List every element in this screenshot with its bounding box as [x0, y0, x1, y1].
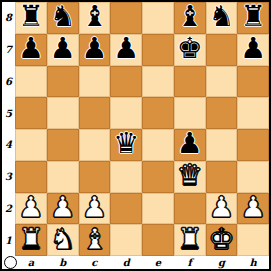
rank-label-7: 7: [2, 34, 15, 66]
white-rook-icon: ♜: [18, 225, 44, 254]
square-c7[interactable]: ♟: [79, 34, 111, 66]
black-bishop-icon: ♝: [177, 2, 203, 31]
square-d8[interactable]: [110, 2, 142, 34]
white-pawn-icon: ♟: [50, 193, 76, 222]
rank-label-4: 4: [2, 129, 15, 161]
square-a7[interactable]: ♟: [15, 34, 47, 66]
square-e5[interactable]: [142, 97, 174, 129]
square-a4[interactable]: [15, 129, 47, 161]
square-b5[interactable]: [47, 97, 79, 129]
rank-label-2: 2: [2, 193, 15, 225]
square-g3[interactable]: [206, 161, 238, 193]
square-g4[interactable]: [206, 129, 238, 161]
white-king-icon: ♚: [208, 225, 234, 254]
square-e6[interactable]: [142, 66, 174, 98]
square-d4[interactable]: ♛: [110, 129, 142, 161]
chess-diagram: 8♜♞♝♝♞♜7♟♟♟♟♚♟654♛♟3♛2♟♟♟♟♟1♜♞♝♜♚abcdefg…: [0, 0, 271, 271]
rank-label-8: 8: [2, 2, 15, 34]
rank-label-3: 3: [2, 161, 15, 193]
square-d5[interactable]: [110, 97, 142, 129]
square-c2[interactable]: ♟: [79, 193, 111, 225]
square-e1[interactable]: [142, 224, 174, 256]
square-d6[interactable]: [110, 66, 142, 98]
square-b8[interactable]: ♞: [47, 2, 79, 34]
square-f4[interactable]: ♟: [174, 129, 206, 161]
square-e3[interactable]: [142, 161, 174, 193]
turn-indicator-corner: [2, 256, 15, 269]
square-f2[interactable]: [174, 193, 206, 225]
black-pawn-icon: ♟: [50, 34, 76, 63]
black-rook-icon: ♜: [18, 2, 44, 31]
white-pawn-icon: ♟: [240, 193, 266, 222]
square-c6[interactable]: [79, 66, 111, 98]
square-g1[interactable]: ♚: [206, 224, 238, 256]
black-rook-icon: ♜: [240, 2, 266, 31]
file-label-g: g: [206, 256, 238, 269]
square-h3[interactable]: [237, 161, 269, 193]
square-b3[interactable]: [47, 161, 79, 193]
square-f6[interactable]: [174, 66, 206, 98]
file-label-f: f: [174, 256, 206, 269]
square-h6[interactable]: [237, 66, 269, 98]
square-d2[interactable]: [110, 193, 142, 225]
file-label-c: c: [79, 256, 111, 269]
square-f7[interactable]: ♚: [174, 34, 206, 66]
file-label-a: a: [15, 256, 47, 269]
square-d3[interactable]: [110, 161, 142, 193]
white-bishop-icon: ♝: [81, 225, 107, 254]
square-g6[interactable]: [206, 66, 238, 98]
square-f1[interactable]: ♜: [174, 224, 206, 256]
square-g2[interactable]: ♟: [206, 193, 238, 225]
rank-label-1: 1: [2, 224, 15, 256]
square-h7[interactable]: ♟: [237, 34, 269, 66]
square-g7[interactable]: [206, 34, 238, 66]
rank-label-6: 6: [2, 66, 15, 98]
square-b6[interactable]: [47, 66, 79, 98]
square-a1[interactable]: ♜: [15, 224, 47, 256]
white-pawn-icon: ♟: [81, 193, 107, 222]
square-e7[interactable]: [142, 34, 174, 66]
square-a3[interactable]: [15, 161, 47, 193]
white-queen-icon: ♛: [177, 161, 203, 190]
square-d7[interactable]: ♟: [110, 34, 142, 66]
rank-label-5: 5: [2, 97, 15, 129]
square-c1[interactable]: ♝: [79, 224, 111, 256]
black-pawn-icon: ♟: [177, 129, 203, 158]
square-c8[interactable]: ♝: [79, 2, 111, 34]
square-a5[interactable]: [15, 97, 47, 129]
square-c3[interactable]: [79, 161, 111, 193]
black-queen-icon: ♛: [113, 129, 139, 158]
square-b1[interactable]: ♞: [47, 224, 79, 256]
file-label-h: h: [237, 256, 269, 269]
square-h4[interactable]: [237, 129, 269, 161]
square-f5[interactable]: [174, 97, 206, 129]
square-e4[interactable]: [142, 129, 174, 161]
square-g5[interactable]: [206, 97, 238, 129]
square-h5[interactable]: [237, 97, 269, 129]
white-to-move-indicator-icon: [4, 256, 17, 269]
white-pawn-icon: ♟: [208, 193, 234, 222]
square-b4[interactable]: [47, 129, 79, 161]
white-pawn-icon: ♟: [18, 193, 44, 222]
black-knight-icon: ♞: [208, 2, 234, 31]
black-pawn-icon: ♟: [18, 34, 44, 63]
square-h2[interactable]: ♟: [237, 193, 269, 225]
square-e8[interactable]: [142, 2, 174, 34]
square-f8[interactable]: ♝: [174, 2, 206, 34]
square-c5[interactable]: [79, 97, 111, 129]
white-rook-icon: ♜: [177, 225, 203, 254]
square-b2[interactable]: ♟: [47, 193, 79, 225]
square-g8[interactable]: ♞: [206, 2, 238, 34]
square-h8[interactable]: ♜: [237, 2, 269, 34]
black-pawn-icon: ♟: [113, 34, 139, 63]
square-a6[interactable]: [15, 66, 47, 98]
square-e2[interactable]: [142, 193, 174, 225]
square-h1[interactable]: [237, 224, 269, 256]
white-knight-icon: ♞: [50, 225, 76, 254]
black-knight-icon: ♞: [50, 2, 76, 31]
chess-board: 8♜♞♝♝♞♜7♟♟♟♟♚♟654♛♟3♛2♟♟♟♟♟1♜♞♝♜♚abcdefg…: [2, 2, 269, 269]
square-c4[interactable]: [79, 129, 111, 161]
square-f3[interactable]: ♛: [174, 161, 206, 193]
file-label-d: d: [110, 256, 142, 269]
black-pawn-icon: ♟: [240, 34, 266, 63]
file-label-e: e: [142, 256, 174, 269]
square-a2[interactable]: ♟: [15, 193, 47, 225]
black-pawn-icon: ♟: [81, 34, 107, 63]
square-b7[interactable]: ♟: [47, 34, 79, 66]
file-label-b: b: [47, 256, 79, 269]
black-bishop-icon: ♝: [81, 2, 107, 31]
square-d1[interactable]: [110, 224, 142, 256]
black-king-icon: ♚: [177, 34, 203, 63]
square-a8[interactable]: ♜: [15, 2, 47, 34]
